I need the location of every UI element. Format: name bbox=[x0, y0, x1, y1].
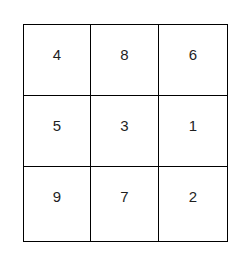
number-grid-board: 4 8 6 5 3 1 9 7 2 bbox=[23, 24, 228, 242]
cell-r3c2: 7 bbox=[91, 167, 159, 241]
cell-r3c2-value: 7 bbox=[120, 188, 128, 206]
cell-r2c1-value: 5 bbox=[53, 117, 61, 135]
cell-r1c3: 6 bbox=[159, 25, 227, 96]
cell-r3c3-value: 2 bbox=[189, 188, 197, 206]
cell-r1c1-value: 4 bbox=[53, 46, 61, 64]
cell-r1c2-value: 8 bbox=[120, 46, 128, 64]
cell-r2c2-value: 3 bbox=[120, 117, 128, 135]
cell-r3c3: 2 bbox=[159, 167, 227, 241]
cell-r1c2: 8 bbox=[91, 25, 159, 96]
cell-r1c3-value: 6 bbox=[189, 46, 197, 64]
cell-r3c1: 9 bbox=[24, 167, 91, 241]
screenshot-canvas: 4 8 6 5 3 1 9 7 2 bbox=[0, 0, 252, 260]
cell-r1c1: 4 bbox=[24, 25, 91, 96]
cell-r3c1-value: 9 bbox=[53, 188, 61, 206]
cell-r2c1: 5 bbox=[24, 96, 91, 167]
cell-r2c3: 1 bbox=[159, 96, 227, 167]
cell-r2c2: 3 bbox=[91, 96, 159, 167]
cell-r2c3-value: 1 bbox=[189, 117, 197, 135]
